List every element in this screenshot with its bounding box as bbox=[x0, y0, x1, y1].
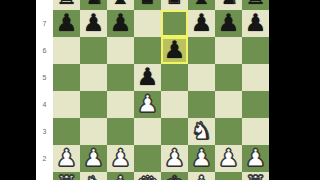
piece-black-pawn[interactable]: ♟ bbox=[245, 10, 267, 37]
square-g2[interactable]: ♟ bbox=[215, 145, 242, 172]
piece-white-knight[interactable]: ♞ bbox=[191, 118, 213, 145]
square-c4[interactable] bbox=[107, 91, 134, 118]
square-h1[interactable]: ♜ bbox=[242, 172, 269, 180]
piece-black-king[interactable]: ♚ bbox=[164, 0, 186, 10]
square-a4[interactable] bbox=[53, 91, 80, 118]
square-a3[interactable] bbox=[53, 118, 80, 145]
square-d1[interactable]: ♛ bbox=[134, 172, 161, 180]
rank-label-6: 6 bbox=[36, 46, 53, 56]
piece-black-queen[interactable]: ♛ bbox=[137, 0, 159, 10]
square-e8[interactable]: ♚ bbox=[161, 0, 188, 10]
square-b6[interactable] bbox=[80, 37, 107, 64]
square-g1[interactable] bbox=[215, 172, 242, 180]
square-b7[interactable]: ♟ bbox=[80, 10, 107, 37]
square-a6[interactable] bbox=[53, 37, 80, 64]
square-e5[interactable] bbox=[161, 64, 188, 91]
piece-white-king[interactable]: ♚ bbox=[164, 172, 186, 180]
piece-white-pawn[interactable]: ♟ bbox=[164, 145, 186, 172]
rank-coordinate-gutter: 765432 bbox=[36, 0, 53, 180]
square-c2[interactable]: ♟ bbox=[107, 145, 134, 172]
piece-black-pawn[interactable]: ♟ bbox=[56, 10, 78, 37]
square-f2[interactable]: ♟ bbox=[188, 145, 215, 172]
rank-label-2: 2 bbox=[36, 154, 53, 164]
piece-black-pawn[interactable]: ♟ bbox=[164, 37, 186, 64]
piece-white-pawn[interactable]: ♟ bbox=[245, 145, 267, 172]
square-a2[interactable]: ♟ bbox=[53, 145, 80, 172]
piece-black-pawn[interactable]: ♟ bbox=[218, 10, 240, 37]
square-g5[interactable] bbox=[215, 64, 242, 91]
square-g3[interactable] bbox=[215, 118, 242, 145]
square-c1[interactable]: ♝ bbox=[107, 172, 134, 180]
square-a1[interactable]: ♜ bbox=[53, 172, 80, 180]
square-g4[interactable] bbox=[215, 91, 242, 118]
square-a5[interactable] bbox=[53, 64, 80, 91]
piece-white-pawn[interactable]: ♟ bbox=[218, 145, 240, 172]
square-d2[interactable] bbox=[134, 145, 161, 172]
square-e6[interactable]: ♟ bbox=[161, 37, 188, 64]
square-g7[interactable]: ♟ bbox=[215, 10, 242, 37]
square-h2[interactable]: ♟ bbox=[242, 145, 269, 172]
square-e3[interactable] bbox=[161, 118, 188, 145]
piece-white-pawn[interactable]: ♟ bbox=[110, 145, 132, 172]
square-e7[interactable] bbox=[161, 10, 188, 37]
piece-black-pawn[interactable]: ♟ bbox=[137, 64, 159, 91]
piece-white-pawn[interactable]: ♟ bbox=[83, 145, 105, 172]
square-d7[interactable] bbox=[134, 10, 161, 37]
square-d5[interactable]: ♟ bbox=[134, 64, 161, 91]
piece-white-queen[interactable]: ♛ bbox=[137, 172, 159, 180]
piece-white-pawn[interactable]: ♟ bbox=[137, 91, 159, 118]
piece-black-pawn[interactable]: ♟ bbox=[110, 10, 132, 37]
piece-white-rook[interactable]: ♜ bbox=[56, 172, 78, 180]
square-d3[interactable] bbox=[134, 118, 161, 145]
square-g6[interactable] bbox=[215, 37, 242, 64]
square-c7[interactable]: ♟ bbox=[107, 10, 134, 37]
rank-label-7: 7 bbox=[36, 19, 53, 29]
square-b3[interactable] bbox=[80, 118, 107, 145]
square-h4[interactable] bbox=[242, 91, 269, 118]
square-f3[interactable]: ♞ bbox=[188, 118, 215, 145]
chess-board: ♜♞♝♛♚♝♞♜♟♟♟♟♟♟♟♟♟♞♟♟♟♟♟♟♟♜♞♝♛♚♝♜ bbox=[53, 0, 269, 180]
piece-white-pawn[interactable]: ♟ bbox=[56, 145, 78, 172]
square-d4[interactable]: ♟ bbox=[134, 91, 161, 118]
square-b5[interactable] bbox=[80, 64, 107, 91]
piece-black-pawn[interactable]: ♟ bbox=[191, 10, 213, 37]
piece-white-rook[interactable]: ♜ bbox=[245, 172, 267, 180]
piece-white-pawn[interactable]: ♟ bbox=[191, 145, 213, 172]
square-d8[interactable]: ♛ bbox=[134, 0, 161, 10]
square-f4[interactable] bbox=[188, 91, 215, 118]
square-b2[interactable]: ♟ bbox=[80, 145, 107, 172]
rank-label-4: 4 bbox=[36, 100, 53, 110]
chess-app-screen: 765432 ♜♞♝♛♚♝♞♜♟♟♟♟♟♟♟♟♟♞♟♟♟♟♟♟♟♜♞♝♛♚♝♜ bbox=[0, 0, 320, 180]
square-f6[interactable] bbox=[188, 37, 215, 64]
square-c5[interactable] bbox=[107, 64, 134, 91]
piece-black-pawn[interactable]: ♟ bbox=[83, 10, 105, 37]
square-b1[interactable]: ♞ bbox=[80, 172, 107, 180]
square-f7[interactable]: ♟ bbox=[188, 10, 215, 37]
square-h7[interactable]: ♟ bbox=[242, 10, 269, 37]
square-c6[interactable] bbox=[107, 37, 134, 64]
square-d6[interactable] bbox=[134, 37, 161, 64]
square-a7[interactable]: ♟ bbox=[53, 10, 80, 37]
piece-white-bishop[interactable]: ♝ bbox=[191, 172, 213, 180]
square-c3[interactable] bbox=[107, 118, 134, 145]
piece-white-knight[interactable]: ♞ bbox=[83, 172, 105, 180]
square-e4[interactable] bbox=[161, 91, 188, 118]
square-f5[interactable] bbox=[188, 64, 215, 91]
rank-label-3: 3 bbox=[36, 127, 53, 137]
square-e2[interactable]: ♟ bbox=[161, 145, 188, 172]
square-e1[interactable]: ♚ bbox=[161, 172, 188, 180]
square-b4[interactable] bbox=[80, 91, 107, 118]
square-h5[interactable] bbox=[242, 64, 269, 91]
square-h3[interactable] bbox=[242, 118, 269, 145]
piece-white-bishop[interactable]: ♝ bbox=[110, 172, 132, 180]
square-h6[interactable] bbox=[242, 37, 269, 64]
rank-label-5: 5 bbox=[36, 73, 53, 83]
square-f1[interactable]: ♝ bbox=[188, 172, 215, 180]
